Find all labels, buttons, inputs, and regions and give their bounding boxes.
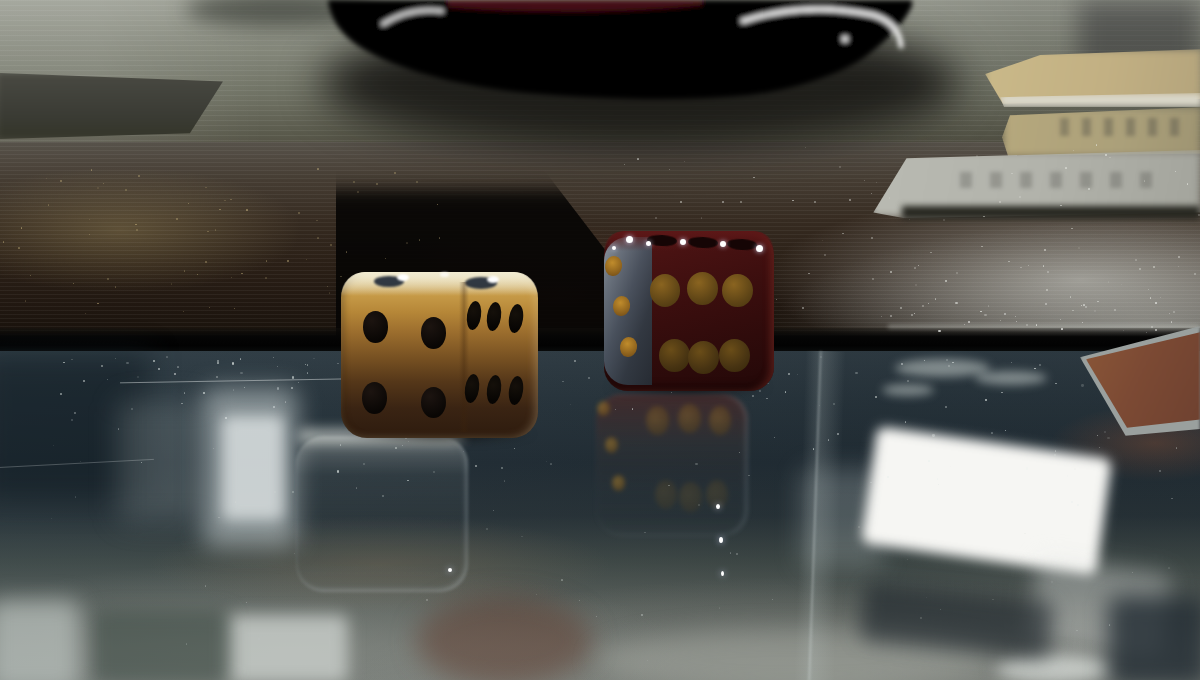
speckle xyxy=(277,366,278,367)
speckle xyxy=(273,406,275,408)
speckle xyxy=(357,191,359,193)
die-pip xyxy=(726,238,757,251)
speckle xyxy=(871,237,872,238)
speckle xyxy=(943,219,945,221)
speckle xyxy=(1067,475,1069,477)
speckle xyxy=(1024,533,1025,534)
speckle xyxy=(205,585,207,587)
speckle xyxy=(945,280,947,282)
speckle xyxy=(1005,430,1006,431)
speckle xyxy=(437,204,438,205)
speckle xyxy=(232,362,234,364)
edge-sparkle-line xyxy=(888,325,1200,328)
card-3-text-smudge xyxy=(960,172,1160,188)
speckle xyxy=(937,478,939,480)
speckle xyxy=(1055,450,1057,452)
die-pip xyxy=(463,373,481,404)
speckle xyxy=(234,308,235,309)
speckle xyxy=(1135,259,1137,261)
dark-corner-patch xyxy=(1108,596,1200,680)
speckle xyxy=(285,401,287,403)
speckle xyxy=(188,203,189,204)
speckle xyxy=(1060,319,1061,320)
speckle xyxy=(274,491,276,493)
specular-highlight xyxy=(720,241,726,247)
speckle xyxy=(1114,309,1116,311)
speckle xyxy=(463,451,464,452)
speckle xyxy=(235,501,237,503)
speckle xyxy=(395,447,397,449)
speckle xyxy=(901,363,903,365)
speckle xyxy=(1148,289,1149,290)
speckle xyxy=(641,614,643,616)
speckle xyxy=(740,201,742,203)
plank-edge xyxy=(0,328,1200,353)
speckle xyxy=(900,307,902,309)
speckle xyxy=(752,395,754,397)
specular-highlight xyxy=(487,276,499,283)
speckle xyxy=(307,372,308,373)
red-die-left-face-pips xyxy=(604,261,654,381)
die-pip xyxy=(719,339,750,372)
speckle xyxy=(153,360,155,362)
speckle xyxy=(753,177,755,179)
speckle xyxy=(890,315,891,316)
speckle xyxy=(385,258,386,259)
speckle xyxy=(907,559,908,560)
cream-die-reflection xyxy=(296,436,468,592)
speckle xyxy=(376,183,378,185)
speckle xyxy=(819,405,821,407)
speckle xyxy=(135,224,137,226)
speckle xyxy=(353,181,355,183)
speckle xyxy=(1036,324,1037,325)
speckle xyxy=(945,406,947,408)
speckle xyxy=(291,387,292,388)
speckle xyxy=(71,419,73,421)
speckle xyxy=(51,518,52,519)
speckle xyxy=(655,217,657,219)
speckle xyxy=(797,374,798,375)
die-pip xyxy=(507,375,525,406)
speckle xyxy=(316,220,318,222)
speckle xyxy=(820,356,822,358)
speckle xyxy=(719,607,720,608)
speckle xyxy=(292,491,294,493)
speckle xyxy=(1034,368,1036,370)
speckle xyxy=(176,218,178,220)
speckle xyxy=(615,409,616,410)
reflection-patch xyxy=(996,654,1114,680)
speckle xyxy=(914,267,916,269)
speckle xyxy=(1011,362,1012,363)
speckle xyxy=(103,183,104,184)
speckle xyxy=(833,403,835,405)
speckle xyxy=(985,399,987,401)
speckle xyxy=(329,292,330,293)
speckle xyxy=(1107,437,1109,439)
speckle xyxy=(546,461,548,463)
sparkle-dot xyxy=(448,568,452,572)
die-pip xyxy=(465,300,483,331)
speckle xyxy=(1178,266,1180,268)
speckle xyxy=(932,434,934,436)
speckle xyxy=(1194,273,1196,275)
object-highlight-dot xyxy=(842,36,848,42)
speckle xyxy=(870,482,871,483)
speckle xyxy=(337,470,339,472)
speckle xyxy=(1039,364,1041,366)
speckle xyxy=(905,421,906,422)
speckle xyxy=(574,360,576,362)
brown-card xyxy=(1086,328,1200,432)
speckle xyxy=(183,311,184,312)
speckle xyxy=(1051,581,1053,583)
speckle xyxy=(1159,470,1161,472)
speckle xyxy=(340,444,342,446)
speckle xyxy=(137,376,139,378)
photo-canvas xyxy=(0,0,1200,680)
die-pip xyxy=(679,482,702,512)
light-streak xyxy=(794,350,845,680)
speckle xyxy=(407,480,409,482)
speckle xyxy=(240,358,241,359)
speckle xyxy=(1096,144,1097,145)
speckle xyxy=(408,441,409,442)
speckle xyxy=(924,360,925,361)
speckle xyxy=(1178,256,1180,258)
speckle xyxy=(197,274,199,276)
reflection-patch xyxy=(596,630,1000,680)
speckle xyxy=(1083,304,1084,305)
specular-highlight xyxy=(680,239,686,245)
speckle xyxy=(1173,311,1175,313)
speckle xyxy=(788,373,790,375)
speckle xyxy=(205,261,207,263)
speckle xyxy=(938,484,939,485)
speckle xyxy=(225,417,227,419)
window-reflection-left-dim xyxy=(118,400,202,522)
speckle xyxy=(940,609,941,610)
speckle xyxy=(570,404,571,405)
speckle xyxy=(668,485,670,487)
speckle xyxy=(739,452,740,453)
card-2-text-smudge xyxy=(1060,118,1190,136)
speckle xyxy=(184,270,185,271)
speckle xyxy=(83,380,85,382)
speckle xyxy=(802,307,804,309)
speckle xyxy=(1020,267,1022,269)
speckle xyxy=(920,617,922,619)
card-1-edge xyxy=(1000,93,1200,107)
speckle xyxy=(849,199,851,201)
speckle xyxy=(48,204,50,206)
die-pip xyxy=(507,303,525,334)
speckle xyxy=(231,277,232,278)
speckle xyxy=(938,330,940,332)
speckle xyxy=(1081,305,1082,306)
speckle xyxy=(215,229,217,231)
speckle xyxy=(536,594,537,595)
speckle xyxy=(107,278,109,280)
die-pip xyxy=(647,235,678,248)
speckle xyxy=(171,283,173,285)
die-pip xyxy=(687,272,718,305)
speckle xyxy=(30,275,32,277)
die-pip xyxy=(655,480,678,510)
speckle xyxy=(842,233,843,234)
brown-card-rim xyxy=(1080,326,1200,438)
speckle xyxy=(1071,501,1073,503)
speckle xyxy=(1026,324,1028,326)
speckle xyxy=(1073,150,1074,151)
speckle xyxy=(1139,268,1141,270)
speckle xyxy=(1131,432,1132,433)
speckle xyxy=(772,599,773,600)
speckle xyxy=(501,467,503,469)
speckle xyxy=(21,227,22,228)
speckle xyxy=(131,408,133,410)
speckle xyxy=(922,305,924,307)
speckle xyxy=(981,246,982,247)
speckle xyxy=(792,200,793,201)
die-pip xyxy=(363,311,388,342)
speckle xyxy=(184,392,185,393)
speckle xyxy=(948,365,950,367)
reflection-patch xyxy=(226,615,348,680)
speckle xyxy=(1150,297,1152,299)
speckle xyxy=(158,368,160,370)
speckle xyxy=(313,358,314,359)
speckle xyxy=(433,471,435,473)
speckle xyxy=(1144,180,1146,182)
speckle xyxy=(1078,247,1080,249)
die-pip xyxy=(362,382,387,413)
speckle xyxy=(561,579,563,581)
speckle xyxy=(1070,296,1071,297)
speckle xyxy=(75,496,76,497)
speckle xyxy=(89,234,90,235)
speckle xyxy=(980,311,982,313)
speckle xyxy=(218,517,219,518)
speckle xyxy=(97,187,99,189)
speckle xyxy=(928,460,930,462)
speckle xyxy=(307,364,308,365)
speckle xyxy=(174,373,176,375)
speckle xyxy=(1171,321,1173,323)
reflection-patch xyxy=(92,610,230,680)
speckle xyxy=(1187,183,1189,185)
speckle xyxy=(680,201,681,202)
speckle xyxy=(439,237,440,238)
speckle xyxy=(1076,630,1078,632)
speckle xyxy=(1088,188,1090,190)
speckle xyxy=(890,271,892,273)
speckle xyxy=(647,660,648,661)
window-reflection-big-halo xyxy=(1027,556,1173,659)
speckle xyxy=(964,324,965,325)
speckle xyxy=(1046,289,1048,291)
speckle xyxy=(1019,196,1021,198)
speckle xyxy=(1121,284,1122,285)
reflection-patch xyxy=(0,600,80,680)
speckle xyxy=(60,180,62,182)
speckle xyxy=(107,379,108,380)
speckle xyxy=(219,209,220,210)
speckle xyxy=(181,403,183,405)
speckle xyxy=(914,313,915,314)
speckle xyxy=(1026,467,1028,469)
sparkle-dot xyxy=(716,504,720,509)
speckle xyxy=(632,408,633,409)
speckle xyxy=(1081,384,1083,386)
speckle xyxy=(1043,265,1045,267)
speckle xyxy=(205,187,207,189)
speckle xyxy=(976,155,978,157)
speckle xyxy=(141,462,142,463)
speckle xyxy=(1146,332,1147,333)
speckle xyxy=(273,357,274,358)
speckle xyxy=(926,597,927,598)
speckle xyxy=(298,212,300,214)
speckle xyxy=(928,303,929,304)
top-right-shadow xyxy=(1078,0,1200,72)
speckle xyxy=(1055,383,1057,385)
speckle xyxy=(766,398,768,400)
speckle xyxy=(1045,303,1047,305)
speckle xyxy=(644,532,646,534)
speckle xyxy=(808,273,809,274)
card-2 xyxy=(1002,106,1200,158)
speckle xyxy=(216,376,218,378)
speckle xyxy=(887,476,889,478)
speckle xyxy=(579,600,580,601)
speckle xyxy=(1108,281,1109,282)
speckle xyxy=(89,219,91,221)
speckle xyxy=(1097,435,1098,436)
speckle xyxy=(909,219,911,221)
speckle xyxy=(918,265,919,266)
specular-highlight xyxy=(440,272,449,277)
speckle xyxy=(1085,306,1087,308)
speckle xyxy=(828,439,830,441)
speckle xyxy=(1109,157,1110,158)
speckle xyxy=(209,307,210,308)
speckle xyxy=(287,260,289,262)
red-die-front-face xyxy=(644,271,754,371)
speckle xyxy=(968,321,970,323)
speckle xyxy=(1169,313,1170,314)
specular-highlight xyxy=(397,274,409,281)
speckle xyxy=(3,241,5,243)
die-pip xyxy=(650,274,681,307)
speckle xyxy=(889,197,891,199)
window-reflection-big xyxy=(861,426,1112,576)
speckle xyxy=(869,517,870,518)
speckle xyxy=(340,276,341,277)
speckle xyxy=(698,504,700,506)
speckle xyxy=(1155,302,1157,304)
glass-smudge xyxy=(895,359,990,377)
speckle xyxy=(748,475,749,476)
speckle xyxy=(950,466,951,467)
speckle xyxy=(305,364,306,365)
speckle xyxy=(213,448,214,449)
speckle xyxy=(1132,572,1133,573)
speckle xyxy=(327,286,328,287)
speckle xyxy=(1123,330,1124,331)
speckle xyxy=(97,303,99,305)
speckle xyxy=(1173,359,1174,360)
speckle xyxy=(419,239,420,240)
speckle xyxy=(356,487,357,488)
speckle xyxy=(266,260,268,262)
speckle xyxy=(1099,447,1100,448)
speckle xyxy=(126,362,128,364)
speckle xyxy=(1160,297,1161,298)
speckle xyxy=(330,244,332,246)
die-pip xyxy=(646,406,669,436)
speckle xyxy=(277,387,279,389)
card-3-shadow-edge xyxy=(902,206,1200,219)
die-pip xyxy=(709,406,732,436)
speckle xyxy=(203,392,204,393)
speckle xyxy=(46,178,47,179)
speckle xyxy=(402,445,403,446)
speckle xyxy=(258,638,260,640)
speckle xyxy=(337,363,339,365)
speckle xyxy=(1054,454,1056,456)
speckle xyxy=(1109,624,1110,625)
speckle xyxy=(1104,431,1106,433)
speckle xyxy=(955,302,957,304)
specular-highlight xyxy=(756,245,763,252)
speckle xyxy=(101,365,103,367)
speckle xyxy=(294,553,295,554)
speckle xyxy=(1044,249,1046,251)
die-pip xyxy=(421,317,446,348)
sparkle-dot xyxy=(719,537,723,543)
die-pip xyxy=(706,480,729,510)
window-reflection-left-core xyxy=(222,416,284,520)
speckle xyxy=(1155,329,1157,331)
speckle xyxy=(837,433,839,435)
speckle xyxy=(1176,447,1178,449)
die-pip xyxy=(678,404,701,434)
specular-highlight xyxy=(626,236,633,243)
speckle xyxy=(1151,326,1153,328)
card-1 xyxy=(983,48,1200,106)
speckle xyxy=(550,463,552,465)
red-die xyxy=(604,231,774,391)
speckle xyxy=(1061,328,1063,330)
speckle xyxy=(1074,468,1076,470)
speckle xyxy=(63,362,65,364)
speckle xyxy=(952,362,953,363)
speckle xyxy=(177,366,178,367)
speckle xyxy=(776,299,777,300)
red-die-reflection xyxy=(596,394,748,536)
speckle xyxy=(207,231,208,232)
speckle xyxy=(596,616,597,617)
speckle xyxy=(1097,301,1098,302)
speckle xyxy=(1171,498,1173,500)
speckle xyxy=(988,305,990,307)
die-pip xyxy=(687,236,718,249)
speckle xyxy=(71,359,73,361)
speckle xyxy=(186,643,187,644)
speckle xyxy=(935,298,936,299)
